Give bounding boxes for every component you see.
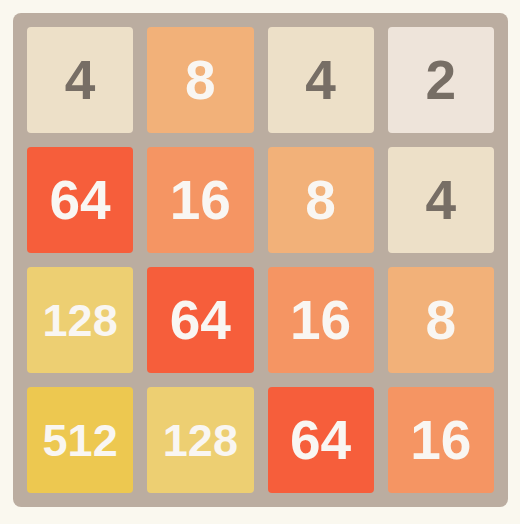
tile-r2c1-64: 64 [147,267,253,373]
tile-r1c2-8: 8 [268,147,374,253]
tile-r2c3-8: 8 [388,267,494,373]
tile-r2c0-128: 128 [27,267,133,373]
game-page: 4842641684128641685121286416 [0,0,520,524]
tile-r0c3-2: 2 [388,27,494,133]
tile-r1c3-4: 4 [388,147,494,253]
tile-r3c0-512: 512 [27,387,133,493]
tile-r3c1-128: 128 [147,387,253,493]
tile-r2c2-16: 16 [268,267,374,373]
tile-r0c0-4: 4 [27,27,133,133]
tile-r3c3-16: 16 [388,387,494,493]
board: 4842641684128641685121286416 [13,13,508,507]
tile-r1c0-64: 64 [27,147,133,253]
tile-r0c1-8: 8 [147,27,253,133]
tile-r0c2-4: 4 [268,27,374,133]
tile-r1c1-16: 16 [147,147,253,253]
tile-r3c2-64: 64 [268,387,374,493]
